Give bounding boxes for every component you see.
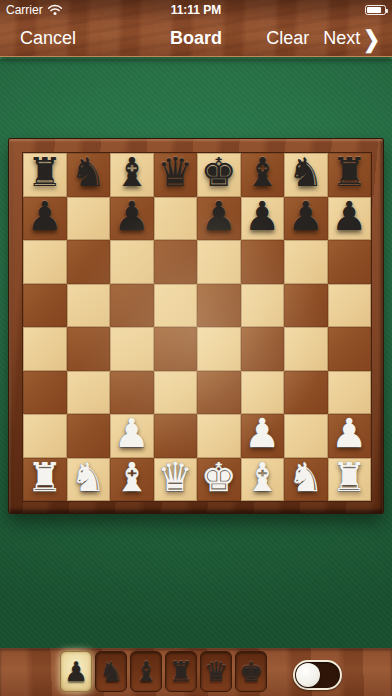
- square-d7[interactable]: [154, 197, 198, 241]
- square-b5[interactable]: [67, 284, 111, 328]
- knight-icon: ♞: [99, 658, 123, 685]
- square-c5[interactable]: [110, 284, 154, 328]
- white-bishop: ♝: [114, 456, 150, 499]
- square-e8[interactable]: ♚: [197, 153, 241, 197]
- square-d1[interactable]: ♛: [154, 458, 198, 502]
- square-c2[interactable]: ♟: [110, 414, 154, 458]
- board-frame: ♜♞♝♛♚♝♞♜♟♟♟♟♟♟♟♟♟♜♞♝♛♚♝♞♜: [8, 138, 384, 514]
- tray-piece-knight[interactable]: ♞: [95, 651, 127, 692]
- square-b3[interactable]: [67, 371, 111, 415]
- square-d2[interactable]: [154, 414, 198, 458]
- square-a6[interactable]: [23, 240, 67, 284]
- black-pawn: ♟: [331, 195, 367, 238]
- black-pawn: ♟: [244, 195, 280, 238]
- square-h6[interactable]: [328, 240, 372, 284]
- square-c1[interactable]: ♝: [110, 458, 154, 502]
- square-e7[interactable]: ♟: [197, 197, 241, 241]
- square-e4[interactable]: [197, 327, 241, 371]
- square-h4[interactable]: [328, 327, 372, 371]
- white-knight: ♞: [70, 456, 106, 499]
- square-h7[interactable]: ♟: [328, 197, 372, 241]
- square-b6[interactable]: [67, 240, 111, 284]
- black-pawn: ♟: [288, 195, 324, 238]
- square-h3[interactable]: [328, 371, 372, 415]
- square-d5[interactable]: [154, 284, 198, 328]
- black-bishop: ♝: [244, 151, 280, 194]
- square-g3[interactable]: [284, 371, 328, 415]
- chevron-right-icon: ❯: [363, 27, 380, 50]
- next-button[interactable]: Next ❯: [323, 28, 380, 49]
- square-h5[interactable]: [328, 284, 372, 328]
- white-pawn: ♟: [331, 412, 367, 455]
- square-a3[interactable]: [23, 371, 67, 415]
- clear-button[interactable]: Clear: [266, 28, 309, 49]
- square-b8[interactable]: ♞: [67, 153, 111, 197]
- square-g4[interactable]: [284, 327, 328, 371]
- square-a1[interactable]: ♜: [23, 458, 67, 502]
- tray-piece-bishop[interactable]: ♝: [130, 651, 162, 692]
- piece-color-toggle[interactable]: [293, 660, 342, 690]
- square-h1[interactable]: ♜: [328, 458, 372, 502]
- square-f3[interactable]: [241, 371, 285, 415]
- square-g5[interactable]: [284, 284, 328, 328]
- king-icon: ♚: [239, 658, 263, 685]
- table-felt: ♜♞♝♛♚♝♞♜♟♟♟♟♟♟♟♟♟♜♞♝♛♚♝♞♜: [0, 57, 392, 648]
- square-d4[interactable]: [154, 327, 198, 371]
- black-king: ♚: [201, 151, 237, 194]
- square-h2[interactable]: ♟: [328, 414, 372, 458]
- black-knight: ♞: [70, 151, 106, 194]
- square-c3[interactable]: [110, 371, 154, 415]
- battery-icon: [365, 5, 386, 15]
- wifi-icon: [47, 4, 63, 16]
- square-g2[interactable]: [284, 414, 328, 458]
- queen-icon: ♛: [204, 658, 228, 685]
- carrier-label: Carrier: [6, 3, 43, 17]
- square-c4[interactable]: [110, 327, 154, 371]
- white-bishop: ♝: [244, 456, 280, 499]
- square-f4[interactable]: [241, 327, 285, 371]
- square-c8[interactable]: ♝: [110, 153, 154, 197]
- white-pawn: ♟: [114, 412, 150, 455]
- white-rook: ♜: [331, 456, 367, 499]
- square-a8[interactable]: ♜: [23, 153, 67, 197]
- square-c6[interactable]: [110, 240, 154, 284]
- square-a5[interactable]: [23, 284, 67, 328]
- square-e3[interactable]: [197, 371, 241, 415]
- pawn-icon: ♟: [64, 658, 88, 685]
- square-f5[interactable]: [241, 284, 285, 328]
- square-a4[interactable]: [23, 327, 67, 371]
- square-c7[interactable]: ♟: [110, 197, 154, 241]
- square-h8[interactable]: ♜: [328, 153, 372, 197]
- rook-icon: ♜: [169, 658, 193, 685]
- top-bar: Carrier 11:11 PM Cancel Board Clear: [0, 0, 392, 57]
- cancel-button[interactable]: Cancel: [20, 28, 76, 49]
- black-queen: ♛: [157, 151, 193, 194]
- white-king: ♚: [201, 456, 237, 499]
- square-f7[interactable]: ♟: [241, 197, 285, 241]
- nav-bar: Cancel Board Clear Next ❯: [0, 20, 392, 57]
- square-g8[interactable]: ♞: [284, 153, 328, 197]
- square-d6[interactable]: [154, 240, 198, 284]
- square-f1[interactable]: ♝: [241, 458, 285, 502]
- square-e1[interactable]: ♚: [197, 458, 241, 502]
- tray-piece-queen[interactable]: ♛: [200, 651, 232, 692]
- white-knight: ♞: [288, 456, 324, 499]
- tray-buttons: ♟♞♝♜♛♚: [60, 651, 267, 692]
- bishop-icon: ♝: [134, 658, 158, 685]
- status-bar: Carrier 11:11 PM: [0, 0, 392, 20]
- square-g6[interactable]: [284, 240, 328, 284]
- black-rook: ♜: [331, 151, 367, 194]
- tray-piece-pawn[interactable]: ♟: [60, 651, 92, 692]
- square-a2[interactable]: [23, 414, 67, 458]
- next-label: Next: [323, 28, 360, 49]
- square-g1[interactable]: ♞: [284, 458, 328, 502]
- black-pawn: ♟: [114, 195, 150, 238]
- tray-piece-king[interactable]: ♚: [235, 651, 267, 692]
- black-pawn: ♟: [27, 195, 63, 238]
- square-d8[interactable]: ♛: [154, 153, 198, 197]
- tray-piece-rook[interactable]: ♜: [165, 651, 197, 692]
- square-e5[interactable]: [197, 284, 241, 328]
- battery-fill: [367, 7, 381, 13]
- square-g7[interactable]: ♟: [284, 197, 328, 241]
- square-b1[interactable]: ♞: [67, 458, 111, 502]
- square-d3[interactable]: [154, 371, 198, 415]
- white-queen: ♛: [157, 456, 193, 499]
- chess-board: ♜♞♝♛♚♝♞♜♟♟♟♟♟♟♟♟♟♜♞♝♛♚♝♞♜: [22, 152, 372, 502]
- square-b7[interactable]: [67, 197, 111, 241]
- square-e2[interactable]: [197, 414, 241, 458]
- black-bishop: ♝: [114, 151, 150, 194]
- battery-tip: [386, 9, 388, 13]
- square-b2[interactable]: [67, 414, 111, 458]
- white-rook: ♜: [27, 456, 63, 499]
- square-a7[interactable]: ♟: [23, 197, 67, 241]
- screen: Carrier 11:11 PM Cancel Board Clear: [0, 0, 392, 696]
- black-knight: ♞: [288, 151, 324, 194]
- white-pawn: ♟: [244, 412, 280, 455]
- square-e6[interactable]: [197, 240, 241, 284]
- square-b4[interactable]: [67, 327, 111, 371]
- square-f8[interactable]: ♝: [241, 153, 285, 197]
- square-f2[interactable]: ♟: [241, 414, 285, 458]
- black-rook: ♜: [27, 151, 63, 194]
- black-pawn: ♟: [201, 195, 237, 238]
- toggle-knob: [296, 663, 320, 687]
- square-f6[interactable]: [241, 240, 285, 284]
- piece-tray: ♟♞♝♜♛♚: [0, 648, 392, 696]
